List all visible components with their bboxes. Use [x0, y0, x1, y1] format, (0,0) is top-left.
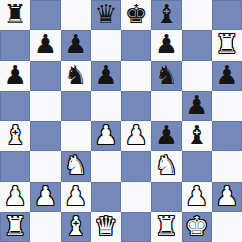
square-g4[interactable]: ♝	[182, 121, 212, 151]
square-g8[interactable]	[182, 0, 212, 30]
square-b4[interactable]	[30, 121, 60, 151]
black-pawn-icon: ♟	[155, 121, 178, 150]
square-e1[interactable]	[121, 212, 151, 242]
square-h8[interactable]	[212, 0, 242, 30]
square-d7[interactable]	[91, 30, 121, 60]
square-e3[interactable]	[121, 151, 151, 181]
square-g7[interactable]	[182, 30, 212, 60]
square-b1[interactable]	[30, 212, 60, 242]
square-f8[interactable]: ♝	[151, 0, 181, 30]
square-h3[interactable]	[212, 151, 242, 181]
square-c3[interactable]: ♞	[61, 151, 91, 181]
square-f7[interactable]: ♟	[151, 30, 181, 60]
square-g6[interactable]	[182, 61, 212, 91]
black-pawn-icon: ♟	[215, 61, 238, 90]
square-a7[interactable]	[0, 30, 30, 60]
white-rook-icon: ♜	[215, 30, 238, 59]
square-e8[interactable]: ♚	[121, 0, 151, 30]
square-d3[interactable]	[91, 151, 121, 181]
square-h5[interactable]	[212, 91, 242, 121]
square-g2[interactable]: ♟	[182, 182, 212, 212]
square-f1[interactable]: ♜	[151, 212, 181, 242]
white-bishop-icon: ♝	[64, 212, 87, 241]
black-pawn-icon: ♟	[34, 30, 57, 59]
black-pawn-icon: ♟	[155, 30, 178, 59]
white-pawn-icon: ♟	[215, 182, 238, 211]
square-b8[interactable]	[30, 0, 60, 30]
square-a2[interactable]: ♟	[0, 182, 30, 212]
white-king-icon: ♚	[185, 212, 208, 241]
square-e7[interactable]	[121, 30, 151, 60]
square-e2[interactable]	[121, 182, 151, 212]
black-king-icon: ♚	[124, 0, 147, 29]
white-pawn-icon: ♟	[34, 182, 57, 211]
black-queen-icon: ♛	[94, 0, 117, 29]
square-h6[interactable]: ♟	[212, 61, 242, 91]
black-knight-icon: ♞	[64, 61, 87, 90]
square-a5[interactable]	[0, 91, 30, 121]
square-c2[interactable]: ♟	[61, 182, 91, 212]
black-bishop-icon: ♝	[185, 121, 208, 150]
square-e6[interactable]	[121, 61, 151, 91]
white-pawn-icon: ♟	[185, 182, 208, 211]
square-d4[interactable]: ♟	[91, 121, 121, 151]
square-b2[interactable]: ♟	[30, 182, 60, 212]
white-rook-icon: ♜	[3, 212, 26, 241]
square-c7[interactable]: ♟	[61, 30, 91, 60]
square-h4[interactable]	[212, 121, 242, 151]
chess-board: ♜♛♚♝♟♟♟♜♟♞♟♞♟♟♝♟♟♟♝♞♞♟♟♟♟♟♜♝♛♜♚	[0, 0, 242, 242]
square-d6[interactable]: ♟	[91, 61, 121, 91]
square-b6[interactable]	[30, 61, 60, 91]
square-d5[interactable]	[91, 91, 121, 121]
square-a1[interactable]: ♜	[0, 212, 30, 242]
square-c6[interactable]: ♞	[61, 61, 91, 91]
square-g3[interactable]	[182, 151, 212, 181]
square-g1[interactable]: ♚	[182, 212, 212, 242]
white-rook-icon: ♜	[155, 212, 178, 241]
square-d2[interactable]	[91, 182, 121, 212]
square-f6[interactable]: ♞	[151, 61, 181, 91]
square-a6[interactable]: ♟	[0, 61, 30, 91]
black-pawn-icon: ♟	[64, 30, 87, 59]
square-a4[interactable]: ♝	[0, 121, 30, 151]
black-pawn-icon: ♟	[94, 61, 117, 90]
black-pawn-icon: ♟	[3, 61, 26, 90]
white-bishop-icon: ♝	[3, 121, 26, 150]
square-f3[interactable]: ♞	[151, 151, 181, 181]
square-b3[interactable]	[30, 151, 60, 181]
white-pawn-icon: ♟	[124, 121, 147, 150]
square-a8[interactable]: ♜	[0, 0, 30, 30]
black-knight-icon: ♞	[155, 61, 178, 90]
white-knight-icon: ♞	[155, 151, 178, 180]
square-f5[interactable]	[151, 91, 181, 121]
white-pawn-icon: ♟	[64, 182, 87, 211]
square-c5[interactable]	[61, 91, 91, 121]
square-f2[interactable]	[151, 182, 181, 212]
white-pawn-icon: ♟	[94, 121, 117, 150]
square-h1[interactable]	[212, 212, 242, 242]
white-knight-icon: ♞	[64, 151, 87, 180]
square-b7[interactable]: ♟	[30, 30, 60, 60]
square-a3[interactable]	[0, 151, 30, 181]
square-h7[interactable]: ♜	[212, 30, 242, 60]
square-c1[interactable]: ♝	[61, 212, 91, 242]
black-pawn-icon: ♟	[185, 91, 208, 120]
square-h2[interactable]: ♟	[212, 182, 242, 212]
white-queen-icon: ♛	[94, 212, 117, 241]
black-rook-icon: ♜	[3, 0, 26, 29]
square-f4[interactable]: ♟	[151, 121, 181, 151]
black-bishop-icon: ♝	[155, 0, 178, 29]
square-e5[interactable]	[121, 91, 151, 121]
square-d8[interactable]: ♛	[91, 0, 121, 30]
square-g5[interactable]: ♟	[182, 91, 212, 121]
square-c8[interactable]	[61, 0, 91, 30]
square-e4[interactable]: ♟	[121, 121, 151, 151]
square-d1[interactable]: ♛	[91, 212, 121, 242]
square-b5[interactable]	[30, 91, 60, 121]
white-pawn-icon: ♟	[3, 182, 26, 211]
square-c4[interactable]	[61, 121, 91, 151]
